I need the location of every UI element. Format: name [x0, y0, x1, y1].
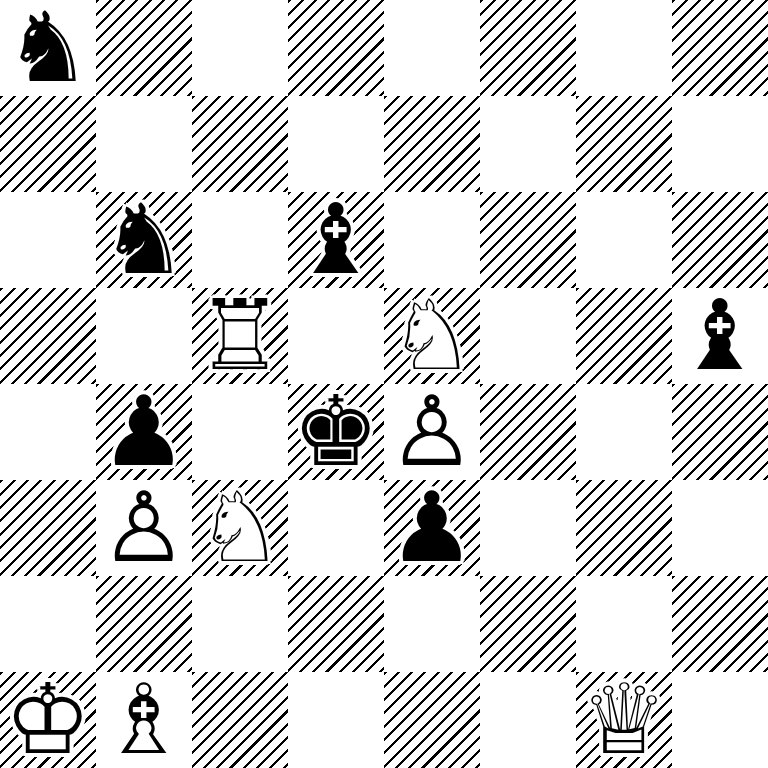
square-b6[interactable]: ♞♞	[96, 192, 192, 288]
white-queen-icon: ♕	[576, 672, 672, 768]
square-e2[interactable]	[384, 576, 480, 672]
square-f3[interactable]	[480, 480, 576, 576]
piece-black-bishop[interactable]: ♝♝	[288, 192, 384, 288]
square-f6[interactable]	[480, 192, 576, 288]
white-rook-icon: ♖	[192, 288, 288, 384]
black-king-icon: ♚	[288, 384, 384, 480]
piece-white-queen[interactable]: ♛♕	[576, 672, 672, 768]
piece-black-pawn[interactable]: ♟♟	[384, 480, 480, 576]
black-knight-icon: ♞	[96, 192, 192, 288]
square-b2[interactable]	[96, 576, 192, 672]
square-g2[interactable]	[576, 576, 672, 672]
black-bishop-icon: ♝	[672, 288, 768, 384]
square-f4[interactable]	[480, 384, 576, 480]
square-e8[interactable]	[384, 0, 480, 96]
square-h8[interactable]	[672, 0, 768, 96]
square-a4[interactable]	[0, 384, 96, 480]
square-c6[interactable]	[192, 192, 288, 288]
white-bishop-icon: ♗	[96, 672, 192, 768]
square-a2[interactable]	[0, 576, 96, 672]
square-d7[interactable]	[288, 96, 384, 192]
black-pawn-icon: ♟	[384, 480, 480, 576]
square-d3[interactable]	[288, 480, 384, 576]
square-f1[interactable]	[480, 672, 576, 768]
square-c7[interactable]	[192, 96, 288, 192]
square-a5[interactable]	[0, 288, 96, 384]
square-g7[interactable]	[576, 96, 672, 192]
square-b8[interactable]	[96, 0, 192, 96]
square-f8[interactable]	[480, 0, 576, 96]
square-c8[interactable]	[192, 0, 288, 96]
square-e4[interactable]: ♟♙	[384, 384, 480, 480]
square-h3[interactable]	[672, 480, 768, 576]
square-d5[interactable]	[288, 288, 384, 384]
square-g8[interactable]	[576, 0, 672, 96]
square-b3[interactable]: ♟♙	[96, 480, 192, 576]
square-a3[interactable]	[0, 480, 96, 576]
black-pawn-icon: ♟	[96, 384, 192, 480]
white-pawn-icon: ♙	[96, 480, 192, 576]
square-a1[interactable]: ♚♔	[0, 672, 96, 768]
square-g5[interactable]	[576, 288, 672, 384]
square-f5[interactable]	[480, 288, 576, 384]
piece-white-bishop[interactable]: ♝♗	[96, 672, 192, 768]
white-knight-icon: ♘	[384, 288, 480, 384]
square-c3[interactable]: ♞♘	[192, 480, 288, 576]
square-b7[interactable]	[96, 96, 192, 192]
square-h7[interactable]	[672, 96, 768, 192]
square-d6[interactable]: ♝♝	[288, 192, 384, 288]
square-c1[interactable]	[192, 672, 288, 768]
white-king-icon: ♔	[0, 672, 96, 768]
piece-black-pawn[interactable]: ♟♟	[96, 384, 192, 480]
square-a6[interactable]	[0, 192, 96, 288]
piece-white-king[interactable]: ♚♔	[0, 672, 96, 768]
piece-white-knight[interactable]: ♞♘	[192, 480, 288, 576]
black-knight-icon: ♞	[0, 0, 96, 96]
square-b1[interactable]: ♝♗	[96, 672, 192, 768]
piece-white-pawn[interactable]: ♟♙	[384, 384, 480, 480]
square-e6[interactable]	[384, 192, 480, 288]
square-e7[interactable]	[384, 96, 480, 192]
square-h6[interactable]	[672, 192, 768, 288]
square-c5[interactable]: ♜♖	[192, 288, 288, 384]
square-g6[interactable]	[576, 192, 672, 288]
square-a7[interactable]	[0, 96, 96, 192]
piece-white-rook[interactable]: ♜♖	[192, 288, 288, 384]
piece-black-king[interactable]: ♚♚	[288, 384, 384, 480]
square-b4[interactable]: ♟♟	[96, 384, 192, 480]
square-c4[interactable]	[192, 384, 288, 480]
piece-black-bishop[interactable]: ♝♝	[672, 288, 768, 384]
white-knight-icon: ♘	[192, 480, 288, 576]
chess-board: ♞♞♞♞♝♝♜♖♞♘♝♝♟♟♚♚♟♙♟♙♞♘♟♟♚♔♝♗♛♕	[0, 0, 768, 768]
square-b5[interactable]	[96, 288, 192, 384]
square-h5[interactable]: ♝♝	[672, 288, 768, 384]
square-g1[interactable]: ♛♕	[576, 672, 672, 768]
square-a8[interactable]: ♞♞	[0, 0, 96, 96]
white-pawn-icon: ♙	[384, 384, 480, 480]
square-e5[interactable]: ♞♘	[384, 288, 480, 384]
square-e3[interactable]: ♟♟	[384, 480, 480, 576]
square-g4[interactable]	[576, 384, 672, 480]
square-h4[interactable]	[672, 384, 768, 480]
square-d1[interactable]	[288, 672, 384, 768]
piece-black-knight[interactable]: ♞♞	[96, 192, 192, 288]
square-f2[interactable]	[480, 576, 576, 672]
piece-white-pawn[interactable]: ♟♙	[96, 480, 192, 576]
square-d8[interactable]	[288, 0, 384, 96]
square-e1[interactable]	[384, 672, 480, 768]
piece-white-knight[interactable]: ♞♘	[384, 288, 480, 384]
square-f7[interactable]	[480, 96, 576, 192]
square-d4[interactable]: ♚♚	[288, 384, 384, 480]
black-bishop-icon: ♝	[288, 192, 384, 288]
square-d2[interactable]	[288, 576, 384, 672]
square-h1[interactable]	[672, 672, 768, 768]
piece-black-knight[interactable]: ♞♞	[0, 0, 96, 96]
square-h2[interactable]	[672, 576, 768, 672]
square-c2[interactable]	[192, 576, 288, 672]
square-g3[interactable]	[576, 480, 672, 576]
